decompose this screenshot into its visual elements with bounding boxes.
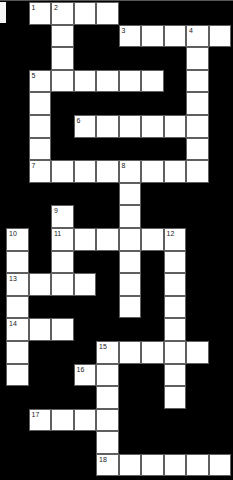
cell-r17c6 xyxy=(119,364,142,387)
cell-r21c7[interactable] xyxy=(141,454,164,477)
cell-r7c5 xyxy=(96,138,119,161)
cell-r11c2 xyxy=(29,228,52,251)
cell-r2c1 xyxy=(6,25,29,48)
cell-r11c8[interactable]: 12 xyxy=(164,228,187,251)
cell-r1c3[interactable]: 2 xyxy=(51,2,74,25)
cell-r10c1 xyxy=(6,205,29,228)
cell-r4c4[interactable] xyxy=(74,70,97,93)
cell-r20c9 xyxy=(186,431,209,454)
cell-r10c4 xyxy=(74,205,97,228)
cell-r8c1 xyxy=(6,160,29,183)
cell-r16c8[interactable] xyxy=(164,341,187,364)
cell-r4c2[interactable]: 5 xyxy=(29,70,52,93)
cell-r6c10 xyxy=(209,115,232,138)
cell-r21c8[interactable] xyxy=(164,454,187,477)
cell-r10c10 xyxy=(209,205,232,228)
cell-r3c4 xyxy=(74,47,97,70)
cell-r5c7 xyxy=(141,92,164,115)
cell-r19c7 xyxy=(141,409,164,432)
cell-r18c3 xyxy=(51,386,74,409)
clue-number-11: 11 xyxy=(54,229,61,238)
cell-r5c8 xyxy=(164,92,187,115)
cell-r17c4[interactable]: 16 xyxy=(74,364,97,387)
cell-r16c9[interactable] xyxy=(186,341,209,364)
cell-r15c8[interactable] xyxy=(164,318,187,341)
clue-number-3: 3 xyxy=(122,26,126,35)
cell-r17c9 xyxy=(186,364,209,387)
cell-r4c5[interactable] xyxy=(96,70,119,93)
cell-r8c10 xyxy=(209,160,232,183)
cell-r19c2[interactable]: 17 xyxy=(29,409,52,432)
cell-r9c5 xyxy=(96,183,119,206)
cell-r11c4[interactable] xyxy=(74,228,97,251)
cell-r18c4 xyxy=(74,386,97,409)
cell-r13c1[interactable]: 13 xyxy=(6,273,29,296)
cell-r1c6 xyxy=(119,2,142,25)
cell-r10c7 xyxy=(141,205,164,228)
cell-r8c7[interactable] xyxy=(141,160,164,183)
cell-r10c9 xyxy=(186,205,209,228)
cell-r20c6 xyxy=(119,431,142,454)
cell-r16c3 xyxy=(51,341,74,364)
cell-r9c1 xyxy=(6,183,29,206)
cell-r3c6 xyxy=(119,47,142,70)
cell-r4c9[interactable] xyxy=(186,70,209,93)
cell-r15c7 xyxy=(141,318,164,341)
cell-r6c8[interactable] xyxy=(164,115,187,138)
clue-number-6: 6 xyxy=(77,116,81,125)
cell-r13c2[interactable] xyxy=(29,273,52,296)
cell-r11c3[interactable]: 11 xyxy=(51,228,74,251)
cell-r18c1 xyxy=(6,386,29,409)
cell-r1c10 xyxy=(209,2,232,25)
cell-r6c4[interactable]: 6 xyxy=(74,115,97,138)
cell-r1c1 xyxy=(6,2,29,25)
crossword-grid: 123456789101112131415161718 xyxy=(6,2,231,476)
cell-r14c3 xyxy=(51,296,74,319)
cell-r3c2 xyxy=(29,47,52,70)
cell-r20c1 xyxy=(6,431,29,454)
cell-r10c6[interactable] xyxy=(119,205,142,228)
cell-r18c9 xyxy=(186,386,209,409)
cell-r7c8 xyxy=(164,138,187,161)
cell-r16c4 xyxy=(74,341,97,364)
cell-r17c10 xyxy=(209,364,232,387)
cell-r14c10 xyxy=(209,296,232,319)
cell-r11c5[interactable] xyxy=(96,228,119,251)
cell-r2c4 xyxy=(74,25,97,48)
clue-number-14: 14 xyxy=(9,319,17,328)
cell-r7c10 xyxy=(209,138,232,161)
cell-r12c2 xyxy=(29,251,52,274)
cell-r15c9 xyxy=(186,318,209,341)
cell-r9c3 xyxy=(51,183,74,206)
cell-r21c9[interactable] xyxy=(186,454,209,477)
cell-r5c10 xyxy=(209,92,232,115)
cell-r2c8[interactable] xyxy=(164,25,187,48)
cell-r1c5[interactable] xyxy=(96,2,119,25)
clue-number-1: 1 xyxy=(32,3,36,12)
cell-r19c9 xyxy=(186,409,209,432)
clue-number-5: 5 xyxy=(32,71,36,80)
cell-r18c6 xyxy=(119,386,142,409)
cell-r21c3 xyxy=(51,454,74,477)
cell-r6c1 xyxy=(6,115,29,138)
cell-r13c8[interactable] xyxy=(164,273,187,296)
cell-r4c1 xyxy=(6,70,29,93)
cell-r6c6[interactable] xyxy=(119,115,142,138)
cell-r11c10 xyxy=(209,228,232,251)
cell-r9c7 xyxy=(141,183,164,206)
cell-r5c1 xyxy=(6,92,29,115)
cell-r3c3[interactable] xyxy=(51,47,74,70)
cell-r12c3[interactable] xyxy=(51,251,74,274)
cell-r17c1[interactable] xyxy=(6,364,29,387)
cell-r20c3 xyxy=(51,431,74,454)
cell-r17c5[interactable] xyxy=(96,364,119,387)
cell-r3c8 xyxy=(164,47,187,70)
cell-r8c3[interactable] xyxy=(51,160,74,183)
cell-r8c5[interactable] xyxy=(96,160,119,183)
cell-r19c1 xyxy=(6,409,29,432)
cell-r10c2 xyxy=(29,205,52,228)
cell-r10c8 xyxy=(164,205,187,228)
cell-r14c8[interactable] xyxy=(164,296,187,319)
cell-r15c1[interactable]: 14 xyxy=(6,318,29,341)
cell-r12c9 xyxy=(186,251,209,274)
cell-r11c1[interactable]: 10 xyxy=(6,228,29,251)
cell-r16c10 xyxy=(209,341,232,364)
cell-r19c10 xyxy=(209,409,232,432)
cell-r16c5[interactable]: 15 xyxy=(96,341,119,364)
cell-r5c2[interactable] xyxy=(29,92,52,115)
cell-r15c3[interactable] xyxy=(51,318,74,341)
cell-r1c9 xyxy=(186,2,209,25)
cell-r2c7[interactable] xyxy=(141,25,164,48)
cell-r14c7 xyxy=(141,296,164,319)
cell-r19c3[interactable] xyxy=(51,409,74,432)
cell-r4c10 xyxy=(209,70,232,93)
cell-r6c3 xyxy=(51,115,74,138)
cell-r20c8 xyxy=(164,431,187,454)
cell-r7c4 xyxy=(74,138,97,161)
cell-r5c4 xyxy=(74,92,97,115)
cell-r9c2 xyxy=(29,183,52,206)
cell-r16c7[interactable] xyxy=(141,341,164,364)
cell-r12c10 xyxy=(209,251,232,274)
cell-r19c5[interactable] xyxy=(96,409,119,432)
cell-r20c7 xyxy=(141,431,164,454)
cell-r4c8 xyxy=(164,70,187,93)
cell-r12c1[interactable] xyxy=(6,251,29,274)
cell-r5c9[interactable] xyxy=(186,92,209,115)
cell-r3c5 xyxy=(96,47,119,70)
cell-r11c6[interactable] xyxy=(119,228,142,251)
cell-r13c4[interactable] xyxy=(74,273,97,296)
cell-r7c6 xyxy=(119,138,142,161)
crossword-puzzle: 123456789101112131415161718 xyxy=(0,0,233,480)
cell-r16c1[interactable] xyxy=(6,341,29,364)
cell-r12c8[interactable] xyxy=(164,251,187,274)
cell-r14c5 xyxy=(96,296,119,319)
cell-r15c2[interactable] xyxy=(29,318,52,341)
cell-r4c3[interactable] xyxy=(51,70,74,93)
cell-r1c4[interactable] xyxy=(74,2,97,25)
cell-r5c5 xyxy=(96,92,119,115)
cell-r8c2[interactable]: 7 xyxy=(29,160,52,183)
cell-r13c9 xyxy=(186,273,209,296)
cell-r14c1[interactable] xyxy=(6,296,29,319)
cell-r10c3[interactable]: 9 xyxy=(51,205,74,228)
cell-r3c1 xyxy=(6,47,29,70)
clue-number-17: 17 xyxy=(32,410,40,419)
cell-r19c4[interactable] xyxy=(74,409,97,432)
cell-r20c5[interactable] xyxy=(96,431,119,454)
cell-r19c8 xyxy=(164,409,187,432)
clue-number-13: 13 xyxy=(9,274,17,283)
cell-r7c7 xyxy=(141,138,164,161)
cell-r18c10 xyxy=(209,386,232,409)
cell-r18c7 xyxy=(141,386,164,409)
cell-r11c7[interactable] xyxy=(141,228,164,251)
cell-r8c8[interactable] xyxy=(164,160,187,183)
cell-r9c4 xyxy=(74,183,97,206)
top-edge-line xyxy=(0,0,233,1)
clue-number-10: 10 xyxy=(9,229,17,238)
cell-r20c2 xyxy=(29,431,52,454)
cell-r2c2 xyxy=(29,25,52,48)
cell-r4c7[interactable] xyxy=(141,70,164,93)
cell-r13c3[interactable] xyxy=(51,273,74,296)
cell-r21c1 xyxy=(6,454,29,477)
cell-r20c10 xyxy=(209,431,232,454)
cell-r9c9 xyxy=(186,183,209,206)
cell-r18c8[interactable] xyxy=(164,386,187,409)
clue-number-7: 7 xyxy=(32,161,36,170)
cell-r14c9 xyxy=(186,296,209,319)
cell-r11c9 xyxy=(186,228,209,251)
cell-r15c10 xyxy=(209,318,232,341)
cell-r18c5[interactable] xyxy=(96,386,119,409)
cell-r21c10[interactable] xyxy=(209,454,232,477)
cell-r7c1 xyxy=(6,138,29,161)
cell-r21c5[interactable]: 18 xyxy=(96,454,119,477)
cell-r21c4 xyxy=(74,454,97,477)
clue-number-8: 8 xyxy=(122,161,126,170)
clue-number-2: 2 xyxy=(54,3,58,12)
cell-r2c6[interactable]: 3 xyxy=(119,25,142,48)
clue-number-12: 12 xyxy=(167,229,175,238)
cell-r2c5 xyxy=(96,25,119,48)
cell-r13c5 xyxy=(96,273,119,296)
cell-r14c6[interactable] xyxy=(119,296,142,319)
cell-r9c6[interactable] xyxy=(119,183,142,206)
cell-r12c4 xyxy=(74,251,97,274)
cell-r21c2 xyxy=(29,454,52,477)
cell-r8c6[interactable]: 8 xyxy=(119,160,142,183)
cell-r6c2[interactable] xyxy=(29,115,52,138)
cell-r16c6[interactable] xyxy=(119,341,142,364)
cell-r8c4[interactable] xyxy=(74,160,97,183)
cell-r19c6 xyxy=(119,409,142,432)
cell-r13c10 xyxy=(209,273,232,296)
cell-r1c7 xyxy=(141,2,164,25)
cell-r1c8 xyxy=(164,2,187,25)
cell-r15c5 xyxy=(96,318,119,341)
cell-r16c2 xyxy=(29,341,52,364)
cell-r20c4 xyxy=(74,431,97,454)
cell-r3c7 xyxy=(141,47,164,70)
cell-r7c9[interactable] xyxy=(186,138,209,161)
cell-r5c3 xyxy=(51,92,74,115)
cell-r4c6[interactable] xyxy=(119,70,142,93)
cell-r15c6 xyxy=(119,318,142,341)
cell-r12c5 xyxy=(96,251,119,274)
cell-r12c7 xyxy=(141,251,164,274)
clue-number-15: 15 xyxy=(99,342,107,351)
cell-r17c7 xyxy=(141,364,164,387)
cell-r18c2 xyxy=(29,386,52,409)
clue-number-16: 16 xyxy=(77,365,85,374)
cell-r3c9[interactable] xyxy=(186,47,209,70)
cell-r12c6[interactable] xyxy=(119,251,142,274)
cell-r6c7[interactable] xyxy=(141,115,164,138)
cell-r17c2 xyxy=(29,364,52,387)
clue-number-18: 18 xyxy=(99,455,107,464)
cell-r6c9[interactable] xyxy=(186,115,209,138)
cell-r2c3[interactable] xyxy=(51,25,74,48)
cell-r14c2 xyxy=(29,296,52,319)
cell-r7c3 xyxy=(51,138,74,161)
cell-r2c10[interactable] xyxy=(209,25,232,48)
cell-r9c8 xyxy=(164,183,187,206)
cell-r13c6[interactable] xyxy=(119,273,142,296)
clue-number-4: 4 xyxy=(189,26,193,35)
cell-r17c8[interactable] xyxy=(164,364,187,387)
cell-r1c2[interactable]: 1 xyxy=(29,2,52,25)
cell-r6c5[interactable] xyxy=(96,115,119,138)
cell-r14c4 xyxy=(74,296,97,319)
cell-r5c6 xyxy=(119,92,142,115)
cell-r21c6[interactable] xyxy=(119,454,142,477)
cell-r8c9[interactable] xyxy=(186,160,209,183)
cell-r15c4 xyxy=(74,318,97,341)
cell-r13c7 xyxy=(141,273,164,296)
cell-r9c10 xyxy=(209,183,232,206)
clue-number-9: 9 xyxy=(54,206,58,215)
cell-r17c3 xyxy=(51,364,74,387)
cell-r2c9[interactable]: 4 xyxy=(186,25,209,48)
cell-r10c5 xyxy=(96,205,119,228)
cell-r7c2[interactable] xyxy=(29,138,52,161)
cell-r3c10 xyxy=(209,47,232,70)
